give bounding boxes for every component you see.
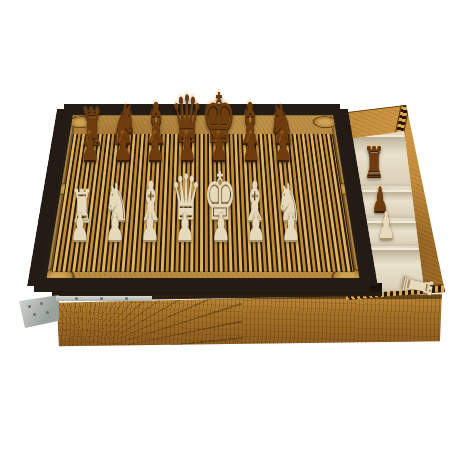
white-pawn-f2[interactable]: ♟: [246, 208, 265, 246]
black-pawn-a7[interactable]: ♟: [81, 129, 100, 166]
white-pawn-g2[interactable]: ♟: [281, 208, 300, 246]
black-pawn-b7[interactable]: ♟: [114, 129, 133, 166]
tray-white-pawn[interactable]: ♟: [377, 207, 396, 244]
rail-hole: [100, 297, 103, 300]
bracket-hole: [40, 302, 43, 305]
rail-hole: [125, 297, 128, 300]
black-pawn-g7[interactable]: ♟: [274, 129, 293, 166]
drawer-slide-rail: [56, 296, 152, 301]
white-pawn-c2[interactable]: ♟: [140, 208, 159, 246]
chess-set-photo: ♜♞♝♛♚♝♞♟♟♟♟♟♟♟♜♞♝♛♚♝♞♟♟♟♟♟♟♟♜♟♟♜: [0, 0, 455, 455]
white-pawn-e2[interactable]: ♟: [211, 208, 230, 246]
white-pawn-b2[interactable]: ♟: [105, 208, 124, 246]
bracket-hole: [46, 311, 49, 314]
white-pawn-a2[interactable]: ♟: [70, 208, 89, 246]
drawer-slide-bracket: [19, 295, 59, 328]
tray-black-rook[interactable]: ♜: [363, 141, 385, 184]
bracket-hole: [28, 305, 31, 308]
rail-hole: [75, 297, 78, 300]
carved-edge-bottom: [34, 278, 370, 292]
black-pawn-f7[interactable]: ♟: [242, 129, 261, 166]
white-pawn-d2[interactable]: ♟: [175, 208, 194, 246]
bracket-hole: [33, 313, 36, 316]
black-pawn-c7[interactable]: ♟: [146, 129, 165, 166]
